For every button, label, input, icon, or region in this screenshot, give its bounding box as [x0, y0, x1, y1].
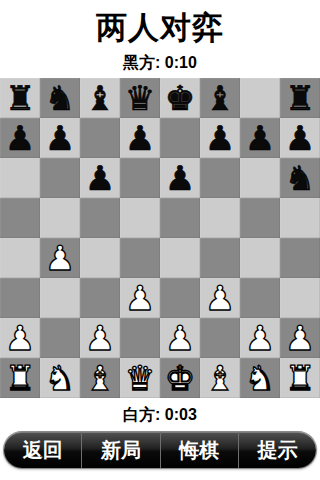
- square-f8[interactable]: ♝: [200, 78, 240, 118]
- square-c4[interactable]: [80, 238, 120, 278]
- square-h7[interactable]: ♟: [280, 118, 320, 158]
- square-g5[interactable]: [240, 198, 280, 238]
- white-pawn[interactable]: ♟: [125, 281, 155, 315]
- square-g6[interactable]: [240, 158, 280, 198]
- white-rook[interactable]: ♜: [285, 361, 315, 395]
- square-d3[interactable]: ♟: [120, 278, 160, 318]
- white-bishop[interactable]: ♝: [205, 361, 235, 395]
- square-f3[interactable]: ♟: [200, 278, 240, 318]
- square-e2[interactable]: ♟: [160, 318, 200, 358]
- undo-button[interactable]: 悔棋: [160, 432, 238, 468]
- square-d4[interactable]: [120, 238, 160, 278]
- square-f6[interactable]: [200, 158, 240, 198]
- square-d6[interactable]: [120, 158, 160, 198]
- square-g3[interactable]: [240, 278, 280, 318]
- square-b2[interactable]: [40, 318, 80, 358]
- black-knight[interactable]: ♞: [285, 161, 315, 195]
- square-d2[interactable]: [120, 318, 160, 358]
- square-c3[interactable]: [80, 278, 120, 318]
- square-b6[interactable]: [40, 158, 80, 198]
- square-a4[interactable]: [0, 238, 40, 278]
- square-c6[interactable]: ♟: [80, 158, 120, 198]
- hint-button[interactable]: 提示: [238, 432, 316, 468]
- black-bishop[interactable]: ♝: [85, 81, 115, 115]
- square-e5[interactable]: [160, 198, 200, 238]
- black-pawn[interactable]: ♟: [285, 121, 315, 155]
- square-b8[interactable]: ♞: [40, 78, 80, 118]
- square-h2[interactable]: ♟: [280, 318, 320, 358]
- square-a5[interactable]: [0, 198, 40, 238]
- black-queen[interactable]: ♛: [125, 81, 155, 115]
- square-h4[interactable]: [280, 238, 320, 278]
- white-knight[interactable]: ♞: [45, 361, 75, 395]
- white-pawn[interactable]: ♟: [5, 321, 35, 355]
- black-pawn[interactable]: ♟: [245, 121, 275, 155]
- square-a8[interactable]: ♜: [0, 78, 40, 118]
- white-bishop[interactable]: ♝: [85, 361, 115, 395]
- white-pawn[interactable]: ♟: [45, 241, 75, 275]
- square-h8[interactable]: ♜: [280, 78, 320, 118]
- square-c2[interactable]: ♟: [80, 318, 120, 358]
- square-e7[interactable]: [160, 118, 200, 158]
- black-king[interactable]: ♚: [165, 81, 195, 115]
- square-f2[interactable]: [200, 318, 240, 358]
- square-a6[interactable]: [0, 158, 40, 198]
- white-queen[interactable]: ♛: [125, 361, 155, 395]
- square-c5[interactable]: [80, 198, 120, 238]
- black-pawn[interactable]: ♟: [165, 161, 195, 195]
- chess-board: ♜♞♝♛♚♝♜♟♟♟♟♟♟♟♟♞♟♟♟♟♟♟♟♟♜♞♝♛♚♝♞♜: [0, 78, 320, 398]
- white-knight[interactable]: ♞: [245, 361, 275, 395]
- square-d1[interactable]: ♛: [120, 358, 160, 398]
- black-rook[interactable]: ♜: [5, 81, 35, 115]
- square-g4[interactable]: [240, 238, 280, 278]
- black-rook[interactable]: ♜: [285, 81, 315, 115]
- square-h6[interactable]: ♞: [280, 158, 320, 198]
- new-game-button[interactable]: 新局: [81, 432, 159, 468]
- white-pawn[interactable]: ♟: [85, 321, 115, 355]
- white-king[interactable]: ♚: [165, 361, 195, 395]
- black-knight[interactable]: ♞: [45, 81, 75, 115]
- square-c8[interactable]: ♝: [80, 78, 120, 118]
- square-e6[interactable]: ♟: [160, 158, 200, 198]
- toolbar: 返回 新局 悔棋 提示: [4, 432, 316, 468]
- square-h5[interactable]: [280, 198, 320, 238]
- square-a7[interactable]: ♟: [0, 118, 40, 158]
- square-f7[interactable]: ♟: [200, 118, 240, 158]
- square-f5[interactable]: [200, 198, 240, 238]
- square-d8[interactable]: ♛: [120, 78, 160, 118]
- white-pawn[interactable]: ♟: [165, 321, 195, 355]
- square-f4[interactable]: [200, 238, 240, 278]
- white-pawn[interactable]: ♟: [285, 321, 315, 355]
- white-pawn[interactable]: ♟: [205, 281, 235, 315]
- black-clock: 黑方: 0:10: [0, 48, 320, 78]
- square-d5[interactable]: [120, 198, 160, 238]
- square-g1[interactable]: ♞: [240, 358, 280, 398]
- black-pawn[interactable]: ♟: [5, 121, 35, 155]
- square-b7[interactable]: ♟: [40, 118, 80, 158]
- square-e8[interactable]: ♚: [160, 78, 200, 118]
- square-g7[interactable]: ♟: [240, 118, 280, 158]
- square-a3[interactable]: [0, 278, 40, 318]
- square-g8[interactable]: [240, 78, 280, 118]
- square-b3[interactable]: [40, 278, 80, 318]
- white-rook[interactable]: ♜: [5, 361, 35, 395]
- square-c7[interactable]: [80, 118, 120, 158]
- square-b1[interactable]: ♞: [40, 358, 80, 398]
- square-h1[interactable]: ♜: [280, 358, 320, 398]
- black-bishop[interactable]: ♝: [205, 81, 235, 115]
- square-h3[interactable]: [280, 278, 320, 318]
- page-title: 两人对弈: [0, 8, 320, 48]
- square-b4[interactable]: ♟: [40, 238, 80, 278]
- back-button[interactable]: 返回: [4, 432, 81, 468]
- square-g2[interactable]: ♟: [240, 318, 280, 358]
- white-pawn[interactable]: ♟: [245, 321, 275, 355]
- black-pawn[interactable]: ♟: [85, 161, 115, 195]
- black-pawn[interactable]: ♟: [45, 121, 75, 155]
- square-a1[interactable]: ♜: [0, 358, 40, 398]
- black-pawn[interactable]: ♟: [205, 121, 235, 155]
- square-f1[interactable]: ♝: [200, 358, 240, 398]
- square-a2[interactable]: ♟: [0, 318, 40, 358]
- square-e4[interactable]: [160, 238, 200, 278]
- square-c1[interactable]: ♝: [80, 358, 120, 398]
- white-clock: 白方: 0:03: [0, 398, 320, 432]
- black-pawn[interactable]: ♟: [125, 121, 155, 155]
- square-e3[interactable]: [160, 278, 200, 318]
- square-d7[interactable]: ♟: [120, 118, 160, 158]
- square-b5[interactable]: [40, 198, 80, 238]
- square-e1[interactable]: ♚: [160, 358, 200, 398]
